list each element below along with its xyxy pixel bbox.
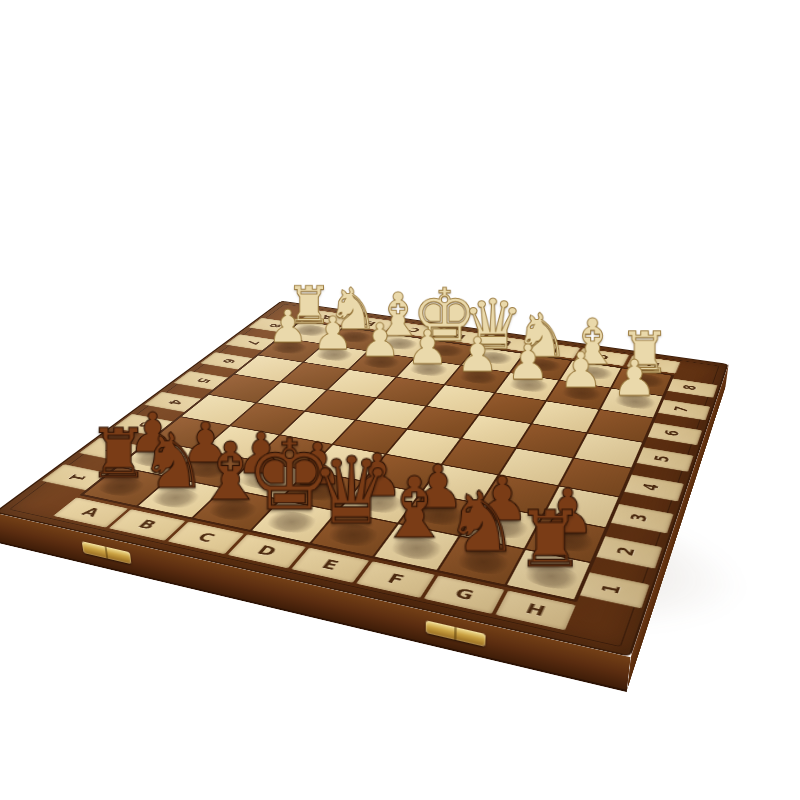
scene: ABCDEFGH ABCDEFGH 87654321 87654321 ♜♞♝♚… [127, 149, 687, 709]
chess-board-3d: ABCDEFGH ABCDEFGH 87654321 87654321 ♜♞♝♚… [0, 301, 729, 657]
product-photo: ABCDEFGH ABCDEFGH 87654321 87654321 ♜♞♝♚… [0, 0, 800, 800]
piece-brown-rook-h1[interactable]: ♜ [462, 501, 638, 579]
brass-hinge [426, 620, 486, 647]
brass-hinge [81, 541, 131, 564]
